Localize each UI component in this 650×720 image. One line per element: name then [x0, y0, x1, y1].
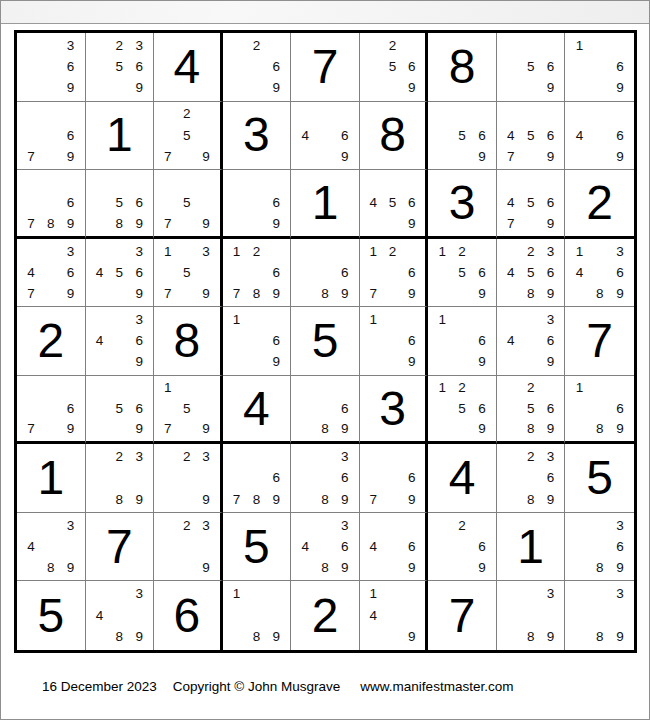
- candidate-empty: [41, 56, 61, 77]
- candidate-digit: 1: [432, 378, 452, 399]
- candidate-digit: 9: [472, 557, 492, 578]
- candidate-digit: 2: [247, 35, 267, 56]
- cell-r2c3[interactable]: 2579: [154, 102, 223, 171]
- candidate-digit: 9: [196, 489, 215, 510]
- candidate-empty: [364, 557, 383, 578]
- candidate-grid: 169: [569, 35, 630, 99]
- cell-r2c8[interactable]: 45679: [497, 102, 566, 171]
- cell-r4c7[interactable]: 12569: [428, 239, 497, 308]
- cell-r3c9[interactable]: 2: [565, 170, 634, 239]
- candidate-grid: 12569: [432, 241, 492, 305]
- candidate-empty: [21, 241, 41, 262]
- candidate-digit: 3: [129, 446, 149, 467]
- candidate-digit: 8: [590, 557, 610, 578]
- candidate-digit: 7: [21, 283, 41, 304]
- candidate-empty: [41, 262, 61, 283]
- cell-r1c5[interactable]: 7: [291, 33, 360, 102]
- candidate-empty: [109, 283, 129, 304]
- candidate-grid: 679: [364, 446, 422, 510]
- candidate-grid: 2579: [158, 104, 216, 168]
- cell-r9c7[interactable]: 7: [428, 581, 497, 650]
- candidate-digit: 9: [610, 626, 630, 648]
- candidate-digit: 6: [335, 468, 355, 489]
- candidate-empty: [90, 352, 110, 373]
- candidate-grid: 13579: [158, 241, 216, 305]
- candidate-digit: 7: [227, 489, 247, 510]
- candidate-empty: [501, 104, 521, 125]
- candidate-empty: [109, 77, 129, 98]
- candidate-empty: [266, 35, 286, 56]
- cell-r2c5[interactable]: 469: [291, 102, 360, 171]
- candidate-empty: [590, 146, 610, 167]
- cell-r9c2[interactable]: 3489: [86, 581, 155, 650]
- cell-r9c9[interactable]: 389: [565, 581, 634, 650]
- cell-r4c3[interactable]: 13579: [154, 239, 223, 308]
- candidate-empty: [501, 35, 521, 56]
- candidate-digit: 7: [21, 419, 41, 440]
- candidate-empty: [295, 378, 315, 399]
- candidate-digit: 6: [335, 262, 355, 283]
- candidate-digit: 9: [610, 146, 630, 167]
- candidate-empty: [569, 56, 589, 77]
- cell-r6c7[interactable]: 12569: [428, 376, 497, 445]
- candidate-grid: 23689: [501, 446, 561, 510]
- cell-r2c4[interactable]: 3: [223, 102, 292, 171]
- candidate-grid: 23569: [90, 35, 150, 99]
- cell-r1c8[interactable]: 569: [497, 33, 566, 102]
- candidate-digit: 9: [266, 283, 286, 304]
- candidate-digit: 9: [266, 77, 286, 98]
- candidate-digit: 7: [21, 213, 41, 234]
- candidate-empty: [364, 35, 383, 56]
- cell-r6c1[interactable]: 679: [17, 376, 86, 445]
- cell-r2c7[interactable]: 569: [428, 102, 497, 171]
- cell-r5c5[interactable]: 5: [291, 307, 360, 376]
- candidate-empty: [177, 241, 196, 262]
- candidate-digit: 6: [472, 330, 492, 351]
- candidate-digit: 8: [521, 419, 541, 440]
- candidate-empty: [41, 515, 61, 536]
- cell-r7c7[interactable]: 4: [428, 444, 497, 513]
- cell-r7c2[interactable]: 2389: [86, 444, 155, 513]
- candidate-empty: [21, 515, 41, 536]
- cell-r8c4[interactable]: 5: [223, 513, 292, 582]
- candidate-empty: [41, 35, 61, 56]
- candidate-empty: [21, 398, 41, 419]
- cell-r1c6[interactable]: 2569: [360, 33, 429, 102]
- candidate-empty: [364, 626, 383, 648]
- candidate-digit: 6: [129, 193, 149, 214]
- cell-r3c2[interactable]: 5689: [86, 170, 155, 239]
- candidate-empty: [472, 378, 492, 399]
- candidate-digit: 6: [129, 330, 149, 351]
- candidate-empty: [521, 352, 541, 373]
- big-digit: 5: [565, 444, 634, 512]
- candidate-empty: [590, 262, 610, 283]
- candidate-empty: [521, 330, 541, 351]
- big-digit: 4: [223, 376, 291, 442]
- candidate-empty: [41, 419, 61, 440]
- candidate-grid: 149: [364, 583, 422, 648]
- candidate-digit: 5: [177, 262, 196, 283]
- candidate-empty: [315, 146, 335, 167]
- candidate-empty: [452, 309, 472, 330]
- candidate-empty: [501, 489, 521, 510]
- candidate-empty: [177, 489, 196, 510]
- cell-r8c3[interactable]: 239: [154, 513, 223, 582]
- cell-r1c1[interactable]: 369: [17, 33, 86, 102]
- candidate-digit: 3: [196, 515, 215, 536]
- candidate-digit: 2: [109, 446, 129, 467]
- candidate-digit: 9: [266, 626, 286, 648]
- cell-r3c7[interactable]: 3: [428, 170, 497, 239]
- candidate-empty: [521, 213, 541, 234]
- big-digit: 2: [565, 170, 634, 236]
- candidate-empty: [452, 352, 472, 373]
- candidate-grid: 12679: [364, 241, 422, 305]
- cell-r1c9[interactable]: 169: [565, 33, 634, 102]
- candidate-empty: [196, 193, 215, 214]
- candidate-empty: [227, 35, 247, 56]
- candidate-empty: [521, 104, 541, 125]
- candidate-empty: [196, 536, 215, 557]
- candidate-digit: 2: [247, 241, 267, 262]
- cell-r9c8[interactable]: 389: [497, 581, 566, 650]
- candidate-empty: [364, 330, 383, 351]
- cell-r1c7[interactable]: 8: [428, 33, 497, 102]
- candidate-empty: [521, 583, 541, 605]
- candidate-empty: [90, 583, 110, 605]
- candidate-empty: [501, 419, 521, 440]
- candidate-digit: 9: [61, 419, 81, 440]
- cell-r8c9[interactable]: 3689: [565, 513, 634, 582]
- candidate-digit: 9: [402, 557, 421, 578]
- candidate-digit: 6: [129, 398, 149, 419]
- candidate-empty: [227, 262, 247, 283]
- candidate-empty: [295, 262, 315, 283]
- cell-r6c8[interactable]: 25689: [497, 376, 566, 445]
- cell-r4c9[interactable]: 134689: [565, 239, 634, 308]
- candidate-digit: 9: [472, 283, 492, 304]
- candidate-empty: [315, 378, 335, 399]
- candidate-empty: [610, 378, 630, 399]
- candidate-digit: 6: [472, 536, 492, 557]
- candidate-digit: 2: [177, 104, 196, 125]
- candidate-digit: 8: [590, 283, 610, 304]
- cell-r6c2[interactable]: 569: [86, 376, 155, 445]
- cell-r1c4[interactable]: 269: [223, 33, 292, 102]
- candidate-digit: 3: [61, 35, 81, 56]
- candidate-digit: 9: [266, 213, 286, 234]
- candidate-digit: 9: [402, 213, 421, 234]
- candidate-digit: 9: [610, 283, 630, 304]
- candidate-empty: [432, 262, 452, 283]
- candidate-digit: 6: [129, 262, 149, 283]
- candidate-digit: 9: [541, 283, 561, 304]
- candidate-empty: [541, 605, 561, 627]
- candidate-digit: 6: [472, 262, 492, 283]
- big-digit: 2: [291, 581, 359, 650]
- candidate-digit: 9: [541, 352, 561, 373]
- cell-r9c3[interactable]: 6: [154, 581, 223, 650]
- candidate-grid: 3469: [90, 309, 150, 373]
- candidate-digit: 6: [129, 56, 149, 77]
- candidate-empty: [541, 378, 561, 399]
- cell-r7c3[interactable]: 239: [154, 444, 223, 513]
- candidate-digit: 8: [41, 213, 61, 234]
- cell-r4c1[interactable]: 34679: [17, 239, 86, 308]
- cell-r3c4[interactable]: 69: [223, 170, 292, 239]
- candidate-grid: 269: [432, 515, 492, 579]
- candidate-empty: [569, 626, 589, 648]
- candidate-grid: 239: [158, 515, 216, 579]
- candidate-empty: [21, 35, 41, 56]
- candidate-empty: [158, 515, 177, 536]
- candidate-empty: [196, 378, 215, 399]
- candidate-empty: [247, 193, 267, 214]
- candidate-digit: 3: [335, 446, 355, 467]
- candidate-empty: [590, 77, 610, 98]
- candidate-empty: [227, 330, 247, 351]
- candidate-digit: 6: [335, 398, 355, 419]
- candidate-empty: [247, 605, 267, 627]
- candidate-empty: [247, 468, 267, 489]
- candidate-digit: 8: [521, 489, 541, 510]
- cell-r6c5[interactable]: 689: [291, 376, 360, 445]
- cell-r3c6[interactable]: 4569: [360, 170, 429, 239]
- cell-r6c6[interactable]: 3: [360, 376, 429, 445]
- cell-r7c1[interactable]: 1: [17, 444, 86, 513]
- candidate-digit: 6: [335, 536, 355, 557]
- cell-r5c1[interactable]: 2: [17, 307, 86, 376]
- candidate-digit: 9: [129, 352, 149, 373]
- candidate-digit: 8: [41, 557, 61, 578]
- candidate-empty: [364, 262, 383, 283]
- candidate-grid: 2389: [90, 446, 150, 510]
- candidate-empty: [227, 213, 247, 234]
- candidate-digit: 4: [295, 536, 315, 557]
- candidate-empty: [383, 172, 402, 193]
- candidate-grid: 34679: [21, 241, 81, 305]
- cell-r3c8[interactable]: 45679: [497, 170, 566, 239]
- candidate-digit: 4: [21, 262, 41, 283]
- candidate-digit: 8: [315, 557, 335, 578]
- candidate-grid: 2569: [364, 35, 422, 99]
- cell-r9c4[interactable]: 189: [223, 581, 292, 650]
- big-digit: 7: [428, 581, 496, 650]
- candidate-empty: [266, 583, 286, 605]
- candidate-digit: 4: [364, 605, 383, 627]
- candidate-digit: 3: [610, 241, 630, 262]
- candidate-empty: [610, 605, 630, 627]
- cell-r6c3[interactable]: 1579: [154, 376, 223, 445]
- candidate-empty: [590, 536, 610, 557]
- candidate-empty: [472, 241, 492, 262]
- candidate-grid: 169: [227, 309, 287, 373]
- footer-website-link[interactable]: www.manifestmaster.com: [360, 679, 513, 694]
- cell-r4c5[interactable]: 689: [291, 239, 360, 308]
- candidate-empty: [247, 77, 267, 98]
- candidate-digit: 9: [541, 626, 561, 648]
- candidate-digit: 7: [364, 489, 383, 510]
- candidate-empty: [295, 146, 315, 167]
- cell-r9c6[interactable]: 149: [360, 581, 429, 650]
- candidate-digit: 9: [402, 77, 421, 98]
- cell-r1c2[interactable]: 23569: [86, 33, 155, 102]
- candidate-empty: [521, 309, 541, 330]
- candidate-empty: [247, 446, 267, 467]
- candidate-digit: 2: [177, 446, 196, 467]
- cell-r9c5[interactable]: 2: [291, 581, 360, 650]
- cell-r3c3[interactable]: 579: [154, 170, 223, 239]
- candidate-empty: [383, 468, 402, 489]
- candidate-empty: [90, 626, 110, 648]
- candidate-digit: 4: [501, 330, 521, 351]
- cell-r3c5[interactable]: 1: [291, 170, 360, 239]
- candidate-digit: 9: [61, 146, 81, 167]
- candidate-empty: [196, 262, 215, 283]
- cell-r6c9[interactable]: 1689: [565, 376, 634, 445]
- candidate-empty: [315, 104, 335, 125]
- big-digit: 5: [17, 581, 85, 650]
- candidate-digit: 4: [501, 125, 521, 146]
- candidate-empty: [590, 605, 610, 627]
- cell-r2c2[interactable]: 1: [86, 102, 155, 171]
- candidate-empty: [227, 56, 247, 77]
- cell-r5c6[interactable]: 169: [360, 307, 429, 376]
- candidate-empty: [158, 468, 177, 489]
- candidate-empty: [227, 626, 247, 648]
- candidate-empty: [266, 172, 286, 193]
- candidate-empty: [177, 536, 196, 557]
- big-digit: 4: [154, 33, 220, 101]
- cell-r4c2[interactable]: 34569: [86, 239, 155, 308]
- candidate-digit: 6: [402, 193, 421, 214]
- cell-r4c6[interactable]: 12679: [360, 239, 429, 308]
- candidate-empty: [383, 330, 402, 351]
- candidate-empty: [383, 446, 402, 467]
- candidate-grid: 6789: [227, 446, 287, 510]
- cell-r2c1[interactable]: 679: [17, 102, 86, 171]
- cell-r9c1[interactable]: 5: [17, 581, 86, 650]
- cell-r8c7[interactable]: 269: [428, 513, 497, 582]
- cell-r2c9[interactable]: 469: [565, 102, 634, 171]
- cell-r3c1[interactable]: 6789: [17, 170, 86, 239]
- candidate-empty: [21, 172, 41, 193]
- footer-copyright: Copyright © John Musgrave: [173, 679, 341, 694]
- cell-r8c5[interactable]: 34689: [291, 513, 360, 582]
- candidate-grid: 3689: [295, 446, 355, 510]
- candidate-grid: 6789: [21, 172, 81, 234]
- footer: 16 December 2023 Copyright © John Musgra…: [42, 672, 513, 700]
- candidate-empty: [21, 56, 41, 77]
- candidate-empty: [315, 468, 335, 489]
- candidate-digit: 9: [402, 489, 421, 510]
- big-digit: 7: [86, 513, 154, 581]
- candidate-digit: 9: [196, 213, 215, 234]
- cell-r4c8[interactable]: 2345689: [497, 239, 566, 308]
- candidate-digit: 7: [158, 419, 177, 440]
- cell-r7c8[interactable]: 23689: [497, 444, 566, 513]
- candidate-digit: 6: [402, 262, 421, 283]
- candidate-digit: 9: [196, 283, 215, 304]
- cell-r7c5[interactable]: 3689: [291, 444, 360, 513]
- big-digit: 3: [428, 170, 496, 236]
- candidate-empty: [109, 172, 129, 193]
- cell-r6c4[interactable]: 4: [223, 376, 292, 445]
- candidate-empty: [295, 557, 315, 578]
- big-digit: 8: [428, 33, 496, 101]
- candidate-empty: [90, 378, 110, 399]
- candidate-digit: 3: [610, 515, 630, 536]
- candidate-grid: 3489: [90, 583, 150, 648]
- candidate-digit: 9: [541, 419, 561, 440]
- candidate-empty: [227, 446, 247, 467]
- candidate-empty: [501, 398, 521, 419]
- candidate-digit: 7: [501, 213, 521, 234]
- footer-date: 16 December 2023: [42, 679, 157, 694]
- cell-r8c8[interactable]: 1: [497, 513, 566, 582]
- candidate-empty: [109, 605, 129, 627]
- candidate-empty: [90, 419, 110, 440]
- cell-r4c4[interactable]: 126789: [223, 239, 292, 308]
- candidate-empty: [364, 56, 383, 77]
- cell-r5c9[interactable]: 7: [565, 307, 634, 376]
- candidate-digit: 9: [472, 146, 492, 167]
- candidate-empty: [227, 605, 247, 627]
- candidate-digit: 9: [610, 77, 630, 98]
- cell-r8c6[interactable]: 469: [360, 513, 429, 582]
- candidate-digit: 7: [158, 213, 177, 234]
- candidate-empty: [432, 283, 452, 304]
- candidate-digit: 6: [266, 468, 286, 489]
- candidate-grid: 34569: [90, 241, 150, 305]
- cell-r8c1[interactable]: 3489: [17, 513, 86, 582]
- cell-r7c9[interactable]: 5: [565, 444, 634, 513]
- candidate-grid: 45679: [501, 172, 561, 234]
- candidate-digit: 5: [177, 398, 196, 419]
- cell-r5c4[interactable]: 169: [223, 307, 292, 376]
- candidate-digit: 8: [315, 419, 335, 440]
- cell-r5c2[interactable]: 3469: [86, 307, 155, 376]
- candidate-digit: 1: [227, 583, 247, 605]
- candidate-empty: [109, 241, 129, 262]
- candidate-empty: [501, 583, 521, 605]
- candidate-digit: 9: [129, 419, 149, 440]
- candidate-empty: [90, 489, 110, 510]
- candidate-empty: [158, 398, 177, 419]
- cell-r5c3[interactable]: 8: [154, 307, 223, 376]
- candidate-grid: 189: [227, 583, 287, 648]
- cell-r7c4[interactable]: 6789: [223, 444, 292, 513]
- candidate-digit: 4: [295, 125, 315, 146]
- candidate-empty: [590, 241, 610, 262]
- cell-r1c3[interactable]: 4: [154, 33, 223, 102]
- cell-r8c2[interactable]: 7: [86, 513, 155, 582]
- big-digit: 3: [223, 102, 291, 170]
- cell-r7c6[interactable]: 679: [360, 444, 429, 513]
- cell-r5c7[interactable]: 169: [428, 307, 497, 376]
- candidate-digit: 9: [541, 146, 561, 167]
- candidate-empty: [109, 419, 129, 440]
- candidate-empty: [61, 378, 81, 399]
- candidate-empty: [569, 283, 589, 304]
- cell-r2c6[interactable]: 8: [360, 102, 429, 171]
- candidate-digit: 7: [158, 146, 177, 167]
- candidate-empty: [383, 309, 402, 330]
- candidate-empty: [521, 146, 541, 167]
- cell-r5c8[interactable]: 3469: [497, 307, 566, 376]
